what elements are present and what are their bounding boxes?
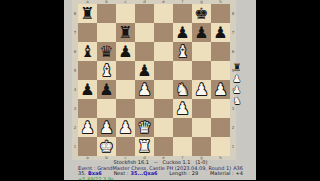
piece-white-bishop[interactable]: ♝ [175, 44, 189, 60]
piece-black-pawn[interactable]: ♟ [194, 25, 208, 41]
square-g2[interactable] [192, 118, 211, 137]
square-h2[interactable] [211, 118, 230, 137]
square-e3[interactable] [154, 99, 173, 118]
square-f4[interactable]: ♞ [173, 80, 192, 99]
length-value: 29 [192, 171, 198, 176]
chess-app-panel: abcdefgh8♜♚87♜♟♟♟76♝♛♟♝65♝♟54♟♟♟♞♟♟43♟32… [64, 0, 256, 180]
square-b2[interactable]: ♟ [97, 118, 116, 137]
rank-label-right-1: 1 [230, 137, 236, 156]
board-grid: abcdefgh8♜♚87♜♟♟♟76♝♛♟♝65♝♟54♟♟♟♞♟♟43♟32… [72, 0, 236, 160]
square-d5[interactable]: ♟ [135, 61, 154, 80]
square-h4[interactable]: ♟ [211, 80, 230, 99]
square-f7[interactable]: ♟ [173, 23, 192, 42]
piece-white-rook[interactable]: ♜ [137, 139, 151, 155]
length-label: Length : [169, 171, 190, 176]
rank-label-right-8: 8 [230, 4, 236, 23]
square-g1[interactable] [192, 137, 211, 156]
square-b5[interactable]: ♝ [97, 61, 116, 80]
square-a4[interactable]: ♟ [78, 80, 97, 99]
tray-white-pawn: ♟ [233, 84, 242, 95]
square-a7[interactable] [78, 23, 97, 42]
engine-eval: +5.49/22 3.9s [78, 177, 114, 181]
letterbox-left [0, 0, 64, 180]
square-d8[interactable] [135, 4, 154, 23]
square-c2[interactable]: ♟ [116, 118, 135, 137]
next-move-group: Next : 35...Qxa6 [114, 171, 158, 176]
square-d6[interactable] [135, 42, 154, 61]
square-d4[interactable]: ♟ [135, 80, 154, 99]
square-e6[interactable] [154, 42, 173, 61]
square-f1[interactable] [173, 137, 192, 156]
square-g3[interactable] [192, 99, 211, 118]
square-g7[interactable]: ♟ [192, 23, 211, 42]
square-h3[interactable] [211, 99, 230, 118]
square-e5[interactable] [154, 61, 173, 80]
piece-black-king[interactable]: ♚ [194, 6, 208, 22]
square-a2[interactable]: ♟ [78, 118, 97, 137]
square-c6[interactable]: ♟ [116, 42, 135, 61]
piece-white-pawn[interactable]: ♟ [99, 120, 113, 136]
square-e7[interactable] [154, 23, 173, 42]
piece-black-pawn[interactable]: ♟ [175, 25, 189, 41]
square-g6[interactable] [192, 42, 211, 61]
square-h5[interactable] [211, 61, 230, 80]
square-a8[interactable]: ♜ [78, 4, 97, 23]
rank-label-right-7: 7 [230, 23, 236, 42]
square-d3[interactable] [135, 99, 154, 118]
square-h1[interactable] [211, 137, 230, 156]
square-a6[interactable]: ♝ [78, 42, 97, 61]
piece-white-pawn[interactable]: ♟ [213, 82, 227, 98]
square-d7[interactable] [135, 23, 154, 42]
piece-white-pawn[interactable]: ♟ [175, 101, 189, 117]
piece-white-pawn[interactable]: ♟ [137, 82, 151, 98]
square-f2[interactable] [173, 118, 192, 137]
piece-black-pawn[interactable]: ♟ [137, 63, 151, 79]
square-g4[interactable]: ♟ [192, 80, 211, 99]
engine-eval-line: +5.49/22 3.9s [78, 177, 243, 181]
square-c4[interactable] [116, 80, 135, 99]
next-label: Next : [114, 171, 129, 176]
square-c3[interactable] [116, 99, 135, 118]
square-c1[interactable] [116, 137, 135, 156]
rank-label-right-6: 6 [230, 42, 236, 61]
square-e1[interactable] [154, 137, 173, 156]
piece-black-pawn[interactable]: ♟ [99, 82, 113, 98]
piece-black-queen[interactable]: ♛ [99, 44, 113, 60]
square-c8[interactable] [116, 4, 135, 23]
material-value: +4 [236, 171, 243, 176]
square-g8[interactable]: ♚ [192, 4, 211, 23]
piece-black-pawn[interactable]: ♟ [80, 82, 94, 98]
next-move: 35...Qxa6 [131, 171, 158, 176]
piece-white-knight[interactable]: ♞ [175, 82, 189, 98]
square-c5[interactable] [116, 61, 135, 80]
piece-white-king[interactable]: ♚ [99, 139, 113, 155]
tray-black-rook: ♜ [233, 62, 242, 73]
square-b7[interactable] [97, 23, 116, 42]
square-h6[interactable] [211, 42, 230, 61]
square-a3[interactable] [78, 99, 97, 118]
square-h8[interactable] [211, 4, 230, 23]
piece-white-pawn[interactable]: ♟ [80, 120, 94, 136]
square-a5[interactable] [78, 61, 97, 80]
square-c7[interactable]: ♜ [116, 23, 135, 42]
material-label: Material : [210, 171, 234, 176]
video-frame: abcdefgh8♜♚87♜♟♟♟76♝♛♟♝65♝♟54♟♟♟♞♟♟43♟32… [0, 0, 320, 180]
rank-label-right-2: 2 [230, 118, 236, 137]
square-b1[interactable]: ♚ [97, 137, 116, 156]
piece-black-rook[interactable]: ♜ [80, 6, 94, 22]
square-f6[interactable]: ♝ [173, 42, 192, 61]
square-h7[interactable]: ♟ [211, 23, 230, 42]
piece-black-bishop[interactable]: ♝ [80, 44, 94, 60]
square-f5[interactable] [173, 61, 192, 80]
piece-white-pawn[interactable]: ♟ [118, 120, 132, 136]
piece-black-pawn[interactable]: ♟ [118, 44, 132, 60]
square-b3[interactable] [97, 99, 116, 118]
square-e2[interactable] [154, 118, 173, 137]
piece-white-pawn[interactable]: ♟ [194, 82, 208, 98]
square-g5[interactable] [192, 61, 211, 80]
letterbox-right [256, 0, 320, 180]
tray-white-pawn: ♟ [233, 73, 242, 84]
caption-panel: Stockfish 16.1 -- Cuckoo 1.1 (1-0) Event… [78, 160, 243, 180]
square-f8[interactable] [173, 4, 192, 23]
square-e8[interactable] [154, 4, 173, 23]
square-b8[interactable] [97, 4, 116, 23]
square-b6[interactable]: ♛ [97, 42, 116, 61]
square-e4[interactable] [154, 80, 173, 99]
square-a1[interactable] [78, 137, 97, 156]
piece-black-pawn[interactable]: ♟ [213, 25, 227, 41]
captured-tray: ♜♟♟♞ [229, 62, 245, 106]
square-f3[interactable]: ♟ [173, 99, 192, 118]
tray-white-knight: ♞ [233, 95, 242, 106]
square-b4[interactable]: ♟ [97, 80, 116, 99]
piece-white-bishop[interactable]: ♝ [99, 63, 113, 79]
piece-white-queen[interactable]: ♛ [137, 120, 151, 136]
material-group: Material : +4 [210, 171, 243, 176]
square-d1[interactable]: ♜ [135, 137, 154, 156]
square-d2[interactable]: ♛ [135, 118, 154, 137]
length-group: Length : 29 [169, 171, 198, 176]
piece-black-rook[interactable]: ♜ [118, 25, 132, 41]
